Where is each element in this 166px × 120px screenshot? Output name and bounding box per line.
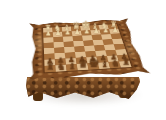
chess-piece-light-pawn[interactable]: ♟ bbox=[84, 29, 90, 36]
chess-piece-light-pawn[interactable]: ♟ bbox=[74, 29, 80, 36]
chess-piece-dark-rook[interactable]: ♜ bbox=[46, 63, 54, 72]
square[interactable]: ♞ bbox=[108, 61, 120, 68]
chess-piece-light-pawn[interactable]: ♟ bbox=[93, 28, 99, 35]
tilted-board-assembly: ♜♞♝♛♚♝♞♜♟♟♟♟♟♟♟♟♟♟♟♟♟♟♟♟♜♞♝♛♚♝♞♜ bbox=[27, 16, 153, 84]
chess-board[interactable]: ♜♞♝♛♚♝♞♜♟♟♟♟♟♟♟♟♟♟♟♟♟♟♟♟♜♞♝♛♚♝♞♜ bbox=[43, 24, 131, 72]
product-photo: ♜♞♝♛♚♝♞♜♟♟♟♟♟♟♟♟♟♟♟♟♟♟♟♟♜♞♝♛♚♝♞♜ bbox=[0, 0, 166, 120]
chess-piece-dark-bishop[interactable]: ♝ bbox=[68, 61, 76, 70]
chess-piece-light-pawn[interactable]: ♟ bbox=[65, 30, 71, 37]
chess-piece-light-pawn[interactable]: ♟ bbox=[103, 28, 109, 35]
square[interactable]: ♞ bbox=[55, 65, 66, 72]
square[interactable]: ♛ bbox=[77, 63, 89, 70]
chess-piece-dark-knight[interactable]: ♞ bbox=[111, 59, 119, 68]
square[interactable]: ♜ bbox=[119, 61, 132, 68]
chess-piece-dark-rook[interactable]: ♜ bbox=[122, 59, 130, 68]
chess-piece-dark-bishop[interactable]: ♝ bbox=[101, 59, 109, 68]
square[interactable]: ♜ bbox=[45, 65, 56, 72]
chess-piece-light-pawn[interactable]: ♟ bbox=[55, 30, 61, 37]
square[interactable]: ♚ bbox=[87, 63, 99, 70]
chess-piece-light-pawn[interactable]: ♟ bbox=[45, 31, 51, 38]
chess-piece-light-pawn[interactable]: ♟ bbox=[112, 27, 118, 34]
chess-set: ♜♞♝♛♚♝♞♜♟♟♟♟♟♟♟♟♟♟♟♟♟♟♟♟♜♞♝♛♚♝♞♜ bbox=[28, 0, 140, 102]
chess-piece-dark-king[interactable]: ♚ bbox=[89, 57, 100, 69]
square[interactable]: ♝ bbox=[98, 62, 110, 69]
square[interactable]: ♝ bbox=[66, 64, 78, 71]
chess-piece-dark-knight[interactable]: ♞ bbox=[57, 62, 65, 71]
chess-piece-dark-queen[interactable]: ♛ bbox=[78, 59, 88, 70]
